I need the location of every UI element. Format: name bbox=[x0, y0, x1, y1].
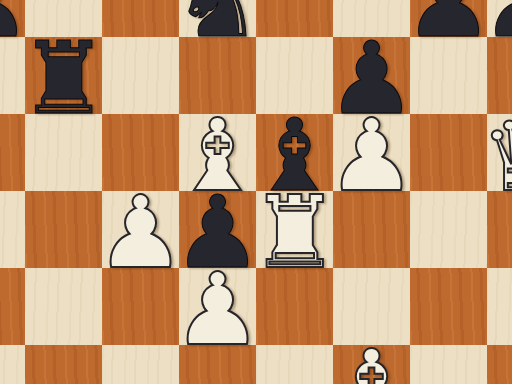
white-rook[interactable]: ♜ bbox=[250, 194, 340, 271]
chessboard: ♟♞♟♟♜♟♝♝♟♛♟♟♜♟♝ bbox=[0, 0, 512, 384]
square-h2[interactable] bbox=[487, 345, 512, 384]
white-pawn[interactable]: ♟ bbox=[173, 271, 263, 348]
square-d7[interactable]: ♞ bbox=[179, 0, 256, 37]
black-pawn[interactable]: ♟ bbox=[481, 0, 512, 40]
black-knight[interactable]: ♞ bbox=[173, 0, 263, 40]
square-g5[interactable] bbox=[410, 114, 487, 191]
square-f2[interactable]: ♝ bbox=[333, 345, 410, 384]
square-a2[interactable] bbox=[0, 345, 25, 384]
square-c4[interactable]: ♟ bbox=[102, 191, 179, 268]
square-f5[interactable]: ♟ bbox=[333, 114, 410, 191]
square-e2[interactable] bbox=[256, 345, 333, 384]
square-a4[interactable] bbox=[0, 191, 25, 268]
square-c7[interactable] bbox=[102, 0, 179, 37]
square-g4[interactable] bbox=[410, 191, 487, 268]
white-bishop[interactable]: ♝ bbox=[327, 348, 417, 384]
square-c6[interactable] bbox=[102, 37, 179, 114]
square-h5[interactable]: ♛ bbox=[487, 114, 512, 191]
square-b6[interactable]: ♜ bbox=[25, 37, 102, 114]
white-pawn[interactable]: ♟ bbox=[327, 117, 417, 194]
square-b2[interactable] bbox=[25, 345, 102, 384]
square-g2[interactable] bbox=[410, 345, 487, 384]
square-g3[interactable] bbox=[410, 268, 487, 345]
square-a3[interactable] bbox=[0, 268, 25, 345]
square-h7[interactable]: ♟ bbox=[487, 0, 512, 37]
square-c2[interactable] bbox=[102, 345, 179, 384]
square-b3[interactable] bbox=[25, 268, 102, 345]
square-e4[interactable]: ♜ bbox=[256, 191, 333, 268]
square-e7[interactable] bbox=[256, 0, 333, 37]
square-h3[interactable] bbox=[487, 268, 512, 345]
square-d3[interactable]: ♟ bbox=[179, 268, 256, 345]
square-b4[interactable] bbox=[25, 191, 102, 268]
square-g7[interactable]: ♟ bbox=[410, 0, 487, 37]
black-rook[interactable]: ♜ bbox=[19, 40, 109, 117]
chessboard-viewport: ♟♞♟♟♜♟♝♝♟♛♟♟♜♟♝ bbox=[0, 0, 512, 384]
white-queen[interactable]: ♛ bbox=[481, 117, 512, 194]
